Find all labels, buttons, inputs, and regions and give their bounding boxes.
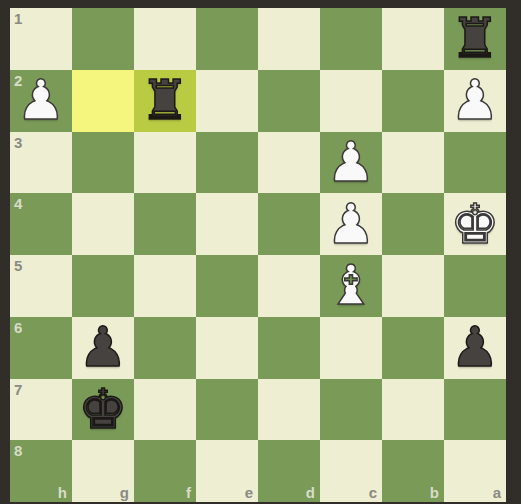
square-g8[interactable]: g: [72, 440, 134, 502]
square-c8[interactable]: c: [320, 440, 382, 502]
square-e1[interactable]: [196, 8, 258, 70]
file-label-b: b: [430, 485, 439, 500]
square-b4[interactable]: [382, 193, 444, 255]
square-f4[interactable]: [134, 193, 196, 255]
square-d5[interactable]: [258, 255, 320, 317]
rank-label-7: 7: [14, 382, 22, 397]
square-a3[interactable]: [444, 132, 506, 194]
square-b2[interactable]: [382, 70, 444, 132]
rank-label-5: 5: [14, 258, 22, 273]
file-label-c: c: [369, 485, 377, 500]
square-c7[interactable]: [320, 379, 382, 441]
file-label-d: d: [306, 485, 315, 500]
black-rook[interactable]: ♜: [134, 70, 196, 132]
black-rook[interactable]: ♜: [444, 8, 506, 70]
file-label-a: a: [493, 485, 501, 500]
file-label-f: f: [186, 485, 191, 500]
square-d4[interactable]: [258, 193, 320, 255]
black-king[interactable]: ♚: [72, 379, 134, 441]
square-b5[interactable]: [382, 255, 444, 317]
white-pawn[interactable]: ♟: [320, 132, 382, 194]
square-c5[interactable]: ♝: [320, 255, 382, 317]
file-label-h: h: [58, 485, 67, 500]
square-b3[interactable]: [382, 132, 444, 194]
square-h7[interactable]: 7: [10, 379, 72, 441]
square-e6[interactable]: [196, 317, 258, 379]
square-b7[interactable]: [382, 379, 444, 441]
square-b6[interactable]: [382, 317, 444, 379]
square-h5[interactable]: 5: [10, 255, 72, 317]
square-h8[interactable]: 8h: [10, 440, 72, 502]
square-c3[interactable]: ♟: [320, 132, 382, 194]
square-d3[interactable]: [258, 132, 320, 194]
square-d2[interactable]: [258, 70, 320, 132]
white-bishop[interactable]: ♝: [320, 255, 382, 317]
square-c1[interactable]: [320, 8, 382, 70]
square-h3[interactable]: 3: [10, 132, 72, 194]
square-e8[interactable]: e: [196, 440, 258, 502]
square-d1[interactable]: [258, 8, 320, 70]
square-f5[interactable]: [134, 255, 196, 317]
black-pawn[interactable]: ♟: [444, 317, 506, 379]
square-a2[interactable]: ♟: [444, 70, 506, 132]
square-e3[interactable]: [196, 132, 258, 194]
square-g1[interactable]: [72, 8, 134, 70]
square-d7[interactable]: [258, 379, 320, 441]
rank-label-8: 8: [14, 443, 22, 458]
square-h6[interactable]: 6: [10, 317, 72, 379]
file-label-e: e: [245, 485, 253, 500]
square-a7[interactable]: [444, 379, 506, 441]
white-pawn[interactable]: ♟: [10, 70, 72, 132]
square-f6[interactable]: [134, 317, 196, 379]
square-h4[interactable]: 4: [10, 193, 72, 255]
square-d8[interactable]: d: [258, 440, 320, 502]
square-f3[interactable]: [134, 132, 196, 194]
black-pawn[interactable]: ♟: [72, 317, 134, 379]
square-g4[interactable]: [72, 193, 134, 255]
square-f8[interactable]: f: [134, 440, 196, 502]
square-e5[interactable]: [196, 255, 258, 317]
square-d6[interactable]: [258, 317, 320, 379]
square-g7[interactable]: ♚: [72, 379, 134, 441]
white-pawn[interactable]: ♟: [320, 193, 382, 255]
white-king[interactable]: ♚: [444, 193, 506, 255]
square-b8[interactable]: b: [382, 440, 444, 502]
chess-app-window: 1♜2♟♜♟3♟4♟♚5♝6♟♟7♚8hgfedcba: [0, 0, 521, 504]
rank-label-4: 4: [14, 196, 22, 211]
rank-label-3: 3: [14, 135, 22, 150]
square-f2[interactable]: ♜: [134, 70, 196, 132]
square-a6[interactable]: ♟: [444, 317, 506, 379]
square-f7[interactable]: [134, 379, 196, 441]
square-e2[interactable]: [196, 70, 258, 132]
square-f1[interactable]: [134, 8, 196, 70]
square-c6[interactable]: [320, 317, 382, 379]
square-g5[interactable]: [72, 255, 134, 317]
square-h2[interactable]: 2♟: [10, 70, 72, 132]
square-a4[interactable]: ♚: [444, 193, 506, 255]
square-g2[interactable]: [72, 70, 134, 132]
square-b1[interactable]: [382, 8, 444, 70]
square-e7[interactable]: [196, 379, 258, 441]
square-a8[interactable]: a: [444, 440, 506, 502]
rank-label-1: 1: [14, 11, 22, 26]
file-label-g: g: [120, 485, 129, 500]
white-pawn[interactable]: ♟: [444, 70, 506, 132]
square-a1[interactable]: ♜: [444, 8, 506, 70]
square-c4[interactable]: ♟: [320, 193, 382, 255]
square-e4[interactable]: [196, 193, 258, 255]
rank-label-6: 6: [14, 320, 22, 335]
square-a5[interactable]: [444, 255, 506, 317]
chess-board: 1♜2♟♜♟3♟4♟♚5♝6♟♟7♚8hgfedcba: [10, 8, 506, 502]
square-c2[interactable]: [320, 70, 382, 132]
square-g3[interactable]: [72, 132, 134, 194]
square-h1[interactable]: 1: [10, 8, 72, 70]
square-g6[interactable]: ♟: [72, 317, 134, 379]
